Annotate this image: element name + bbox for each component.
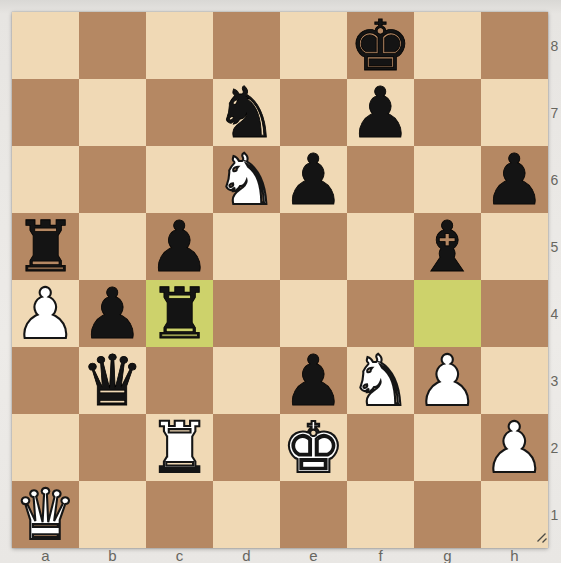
file-label-d: d [213,548,280,563]
square-h2[interactable]: ♟ [481,414,548,481]
square-d2[interactable] [213,414,280,481]
black-pawn[interactable]: ♟ [148,214,211,281]
square-b4[interactable]: ♟ [79,280,146,347]
square-d6[interactable]: ♞ [213,146,280,213]
black-pawn[interactable]: ♟ [282,348,345,415]
rank-label-6: 6 [548,146,561,213]
square-h7[interactable] [481,79,548,146]
black-queen[interactable]: ♛ [81,348,144,415]
square-c2[interactable]: ♜ [146,414,213,481]
square-b1[interactable] [79,481,146,548]
square-d8[interactable] [213,12,280,79]
file-label-e: e [280,548,347,563]
square-g8[interactable] [414,12,481,79]
square-d1[interactable] [213,481,280,548]
square-a3[interactable] [12,347,79,414]
square-a4[interactable]: ♟ [12,280,79,347]
file-label-c: c [146,548,213,563]
square-a7[interactable] [12,79,79,146]
square-b8[interactable] [79,12,146,79]
black-rook[interactable]: ♜ [148,281,211,348]
square-g1[interactable] [414,481,481,548]
square-g7[interactable] [414,79,481,146]
square-c4[interactable]: ♜ [146,280,213,347]
black-pawn[interactable]: ♟ [81,281,144,348]
white-pawn[interactable]: ♟ [483,415,546,482]
resize-handle-icon[interactable] [534,529,548,545]
square-c3[interactable] [146,347,213,414]
square-b7[interactable] [79,79,146,146]
square-e8[interactable] [280,12,347,79]
square-c7[interactable] [146,79,213,146]
square-e1[interactable] [280,481,347,548]
square-f4[interactable] [347,280,414,347]
square-a2[interactable] [12,414,79,481]
white-pawn[interactable]: ♟ [14,281,77,348]
square-f1[interactable] [347,481,414,548]
rank-label-7: 7 [548,79,561,146]
square-h3[interactable] [481,347,548,414]
square-f8[interactable]: ♚ [347,12,414,79]
square-f3[interactable]: ♞ [347,347,414,414]
rank-label-8: 8 [548,12,561,79]
square-e6[interactable]: ♟ [280,146,347,213]
file-label-g: g [414,548,481,563]
chess-app-window: ♚♞♟♞♟♟♜♟♝♟♟♜♛♟♞♟♜♚♟♛ abcdefgh 87654321 [0,0,561,563]
black-rook[interactable]: ♜ [14,214,77,281]
file-label-f: f [347,548,414,563]
square-g5[interactable]: ♝ [414,213,481,280]
square-e2[interactable]: ♚ [280,414,347,481]
black-pawn[interactable]: ♟ [282,147,345,214]
square-e3[interactable]: ♟ [280,347,347,414]
square-h4[interactable] [481,280,548,347]
rank-label-5: 5 [548,213,561,280]
rank-label-3: 3 [548,347,561,414]
square-c5[interactable]: ♟ [146,213,213,280]
square-e4[interactable] [280,280,347,347]
square-h6[interactable]: ♟ [481,146,548,213]
rank-coordinates: 87654321 [548,12,561,548]
file-coordinates: abcdefgh [12,548,548,563]
white-knight[interactable]: ♞ [349,348,412,415]
square-d4[interactable] [213,280,280,347]
square-f5[interactable] [347,213,414,280]
square-e5[interactable] [280,213,347,280]
rank-label-2: 2 [548,414,561,481]
square-d7[interactable]: ♞ [213,79,280,146]
square-b2[interactable] [79,414,146,481]
square-d5[interactable] [213,213,280,280]
white-knight[interactable]: ♞ [215,147,278,214]
black-king[interactable]: ♚ [349,13,412,80]
chess-board: ♚♞♟♞♟♟♜♟♝♟♟♜♛♟♞♟♜♚♟♛ [12,12,548,548]
square-h5[interactable] [481,213,548,280]
square-g3[interactable]: ♟ [414,347,481,414]
black-pawn[interactable]: ♟ [483,147,546,214]
square-h8[interactable] [481,12,548,79]
square-g2[interactable] [414,414,481,481]
square-b6[interactable] [79,146,146,213]
rank-label-1: 1 [548,481,561,548]
square-g4[interactable] [414,280,481,347]
file-label-a: a [12,548,79,563]
file-label-h: h [481,548,548,563]
rank-label-4: 4 [548,280,561,347]
square-b5[interactable] [79,213,146,280]
black-knight[interactable]: ♞ [215,80,278,147]
square-f6[interactable] [347,146,414,213]
square-d3[interactable] [213,347,280,414]
square-c1[interactable] [146,481,213,548]
square-f2[interactable] [347,414,414,481]
white-queen[interactable]: ♛ [14,482,77,549]
square-a1[interactable]: ♛ [12,481,79,548]
square-a8[interactable] [12,12,79,79]
square-a6[interactable] [12,146,79,213]
square-f7[interactable]: ♟ [347,79,414,146]
white-pawn[interactable]: ♟ [416,348,479,415]
white-rook[interactable]: ♜ [148,415,211,482]
black-bishop[interactable]: ♝ [416,214,479,281]
white-king[interactable]: ♚ [282,415,345,482]
file-label-b: b [79,548,146,563]
square-g6[interactable] [414,146,481,213]
square-e7[interactable] [280,79,347,146]
square-c6[interactable] [146,146,213,213]
square-b3[interactable]: ♛ [79,347,146,414]
square-c8[interactable] [146,12,213,79]
black-pawn[interactable]: ♟ [349,80,412,147]
square-a5[interactable]: ♜ [12,213,79,280]
